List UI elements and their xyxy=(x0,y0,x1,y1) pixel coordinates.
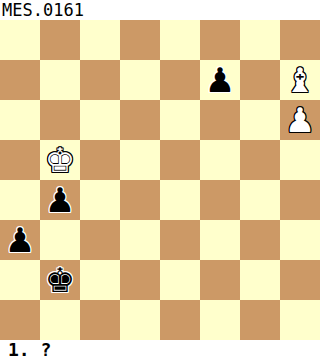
square-a7[interactable] xyxy=(0,60,40,100)
square-e4[interactable] xyxy=(160,180,200,220)
square-b6[interactable] xyxy=(40,100,80,140)
square-f5[interactable] xyxy=(200,140,240,180)
square-h4[interactable] xyxy=(280,180,320,220)
square-b7[interactable] xyxy=(40,60,80,100)
square-h5[interactable] xyxy=(280,140,320,180)
square-d3[interactable] xyxy=(120,220,160,260)
square-h2[interactable] xyxy=(280,260,320,300)
square-f6[interactable] xyxy=(200,100,240,140)
square-h3[interactable] xyxy=(280,220,320,260)
square-g2[interactable] xyxy=(240,260,280,300)
square-c5[interactable] xyxy=(80,140,120,180)
square-d1[interactable] xyxy=(120,300,160,340)
square-b8[interactable] xyxy=(40,20,80,60)
square-c6[interactable] xyxy=(80,100,120,140)
black-king[interactable]: ♚ xyxy=(45,260,75,300)
square-g5[interactable] xyxy=(240,140,280,180)
white-bishop[interactable]: ♝ xyxy=(285,60,315,100)
square-f3[interactable] xyxy=(200,220,240,260)
square-c3[interactable] xyxy=(80,220,120,260)
square-h8[interactable] xyxy=(280,20,320,60)
chess-board: ♟♝♟♚♟♟♚ xyxy=(0,20,320,340)
white-pawn[interactable]: ♟ xyxy=(285,100,315,140)
square-g3[interactable] xyxy=(240,220,280,260)
square-a2[interactable] xyxy=(0,260,40,300)
square-b1[interactable] xyxy=(40,300,80,340)
square-g8[interactable] xyxy=(240,20,280,60)
square-f7[interactable]: ♟ xyxy=(200,60,240,100)
square-c1[interactable] xyxy=(80,300,120,340)
square-e8[interactable] xyxy=(160,20,200,60)
square-d4[interactable] xyxy=(120,180,160,220)
square-g7[interactable] xyxy=(240,60,280,100)
square-b5[interactable]: ♚ xyxy=(40,140,80,180)
black-pawn[interactable]: ♟ xyxy=(5,220,35,260)
square-d2[interactable] xyxy=(120,260,160,300)
square-c4[interactable] xyxy=(80,180,120,220)
square-h7[interactable]: ♝ xyxy=(280,60,320,100)
square-a3[interactable]: ♟ xyxy=(0,220,40,260)
square-b3[interactable] xyxy=(40,220,80,260)
square-d8[interactable] xyxy=(120,20,160,60)
square-g1[interactable] xyxy=(240,300,280,340)
square-e2[interactable] xyxy=(160,260,200,300)
square-h6[interactable]: ♟ xyxy=(280,100,320,140)
square-a4[interactable] xyxy=(0,180,40,220)
square-f1[interactable] xyxy=(200,300,240,340)
black-pawn[interactable]: ♟ xyxy=(45,180,75,220)
square-b4[interactable]: ♟ xyxy=(40,180,80,220)
square-a1[interactable] xyxy=(0,300,40,340)
square-f2[interactable] xyxy=(200,260,240,300)
square-g6[interactable] xyxy=(240,100,280,140)
square-c2[interactable] xyxy=(80,260,120,300)
square-a8[interactable] xyxy=(0,20,40,60)
square-f8[interactable] xyxy=(200,20,240,60)
move-prompt: 1. ? xyxy=(0,340,320,360)
square-a5[interactable] xyxy=(0,140,40,180)
square-b2[interactable]: ♚ xyxy=(40,260,80,300)
black-pawn[interactable]: ♟ xyxy=(205,60,235,100)
square-d6[interactable] xyxy=(120,100,160,140)
puzzle-id: MES.0161 xyxy=(0,0,320,20)
square-a6[interactable] xyxy=(0,100,40,140)
square-e5[interactable] xyxy=(160,140,200,180)
square-g4[interactable] xyxy=(240,180,280,220)
square-d5[interactable] xyxy=(120,140,160,180)
square-d7[interactable] xyxy=(120,60,160,100)
square-e3[interactable] xyxy=(160,220,200,260)
square-e7[interactable] xyxy=(160,60,200,100)
chess-puzzle-window: MES.0161 ♟♝♟♚♟♟♚ 1. ? xyxy=(0,0,320,360)
white-king[interactable]: ♚ xyxy=(45,140,75,180)
square-c7[interactable] xyxy=(80,60,120,100)
square-f4[interactable] xyxy=(200,180,240,220)
square-c8[interactable] xyxy=(80,20,120,60)
square-e6[interactable] xyxy=(160,100,200,140)
square-e1[interactable] xyxy=(160,300,200,340)
square-h1[interactable] xyxy=(280,300,320,340)
